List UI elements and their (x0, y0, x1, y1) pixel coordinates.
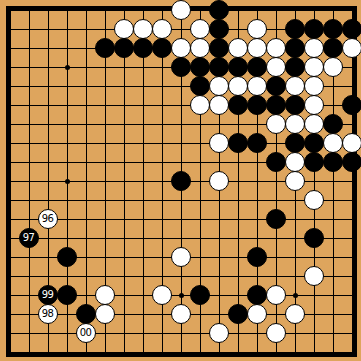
intersection[interactable] (286, 1, 305, 20)
intersection[interactable] (191, 172, 210, 191)
intersection[interactable] (1, 153, 20, 172)
intersection[interactable] (305, 153, 324, 172)
intersection[interactable] (248, 172, 267, 191)
intersection[interactable] (305, 1, 324, 20)
intersection[interactable] (248, 324, 267, 343)
intersection[interactable] (324, 134, 343, 153)
intersection[interactable] (58, 191, 77, 210)
intersection[interactable] (58, 39, 77, 58)
intersection[interactable] (134, 172, 153, 191)
intersection[interactable] (39, 96, 58, 115)
intersection[interactable] (172, 172, 191, 191)
intersection[interactable] (172, 286, 191, 305)
intersection[interactable] (96, 58, 115, 77)
intersection[interactable] (58, 77, 77, 96)
intersection[interactable] (39, 248, 58, 267)
intersection[interactable] (96, 77, 115, 96)
intersection[interactable] (172, 229, 191, 248)
intersection[interactable] (286, 248, 305, 267)
intersection[interactable] (286, 267, 305, 286)
intersection[interactable] (20, 20, 39, 39)
intersection[interactable] (134, 58, 153, 77)
intersection[interactable] (153, 134, 172, 153)
intersection[interactable] (267, 267, 286, 286)
intersection[interactable]: 98 (39, 305, 58, 324)
intersection[interactable] (1, 343, 20, 361)
intersection[interactable]: 97 (20, 229, 39, 248)
intersection[interactable] (77, 20, 96, 39)
intersection[interactable] (343, 343, 361, 361)
intersection[interactable] (96, 267, 115, 286)
intersection[interactable] (343, 20, 361, 39)
intersection[interactable] (305, 172, 324, 191)
intersection[interactable] (248, 39, 267, 58)
intersection[interactable] (58, 286, 77, 305)
intersection[interactable] (324, 210, 343, 229)
intersection[interactable] (172, 20, 191, 39)
intersection[interactable] (267, 343, 286, 361)
intersection[interactable] (134, 1, 153, 20)
intersection[interactable] (134, 286, 153, 305)
intersection[interactable] (115, 210, 134, 229)
intersection[interactable] (191, 286, 210, 305)
intersection[interactable] (153, 191, 172, 210)
intersection[interactable] (134, 191, 153, 210)
go-board[interactable]: 9697999800 (0, 0, 361, 361)
intersection[interactable] (115, 172, 134, 191)
intersection[interactable] (134, 115, 153, 134)
intersection[interactable] (305, 305, 324, 324)
intersection[interactable] (343, 229, 361, 248)
intersection[interactable] (39, 20, 58, 39)
intersection[interactable] (1, 172, 20, 191)
intersection[interactable] (248, 267, 267, 286)
intersection[interactable] (20, 1, 39, 20)
intersection[interactable] (153, 324, 172, 343)
intersection[interactable]: 00 (77, 324, 96, 343)
intersection[interactable] (115, 58, 134, 77)
intersection[interactable] (96, 286, 115, 305)
intersection[interactable] (58, 153, 77, 172)
intersection[interactable] (191, 39, 210, 58)
intersection[interactable] (267, 210, 286, 229)
intersection[interactable] (229, 20, 248, 39)
intersection[interactable] (305, 343, 324, 361)
intersection[interactable] (267, 172, 286, 191)
intersection[interactable] (1, 134, 20, 153)
intersection[interactable] (210, 58, 229, 77)
intersection[interactable] (77, 229, 96, 248)
intersection[interactable] (77, 153, 96, 172)
intersection[interactable] (229, 134, 248, 153)
intersection[interactable] (172, 324, 191, 343)
intersection[interactable] (77, 267, 96, 286)
intersection[interactable] (96, 1, 115, 20)
intersection[interactable] (210, 39, 229, 58)
intersection[interactable] (153, 115, 172, 134)
intersection[interactable] (77, 210, 96, 229)
intersection[interactable] (248, 286, 267, 305)
intersection[interactable] (1, 229, 20, 248)
intersection[interactable] (58, 115, 77, 134)
intersection[interactable] (153, 20, 172, 39)
intersection[interactable] (20, 172, 39, 191)
intersection[interactable] (248, 153, 267, 172)
intersection[interactable] (191, 115, 210, 134)
intersection[interactable] (1, 77, 20, 96)
intersection[interactable] (267, 58, 286, 77)
intersection[interactable] (324, 58, 343, 77)
intersection[interactable] (172, 134, 191, 153)
intersection[interactable] (267, 286, 286, 305)
intersection[interactable] (343, 115, 361, 134)
intersection[interactable] (77, 58, 96, 77)
intersection[interactable] (191, 229, 210, 248)
intersection[interactable] (115, 248, 134, 267)
intersection[interactable] (210, 191, 229, 210)
intersection[interactable] (343, 77, 361, 96)
intersection[interactable] (229, 58, 248, 77)
intersection[interactable] (343, 96, 361, 115)
intersection[interactable] (210, 96, 229, 115)
intersection[interactable] (229, 39, 248, 58)
intersection[interactable] (324, 39, 343, 58)
intersection[interactable] (324, 1, 343, 20)
intersection[interactable] (248, 210, 267, 229)
intersection[interactable] (191, 324, 210, 343)
intersection[interactable] (96, 343, 115, 361)
intersection[interactable] (58, 172, 77, 191)
intersection[interactable] (267, 1, 286, 20)
intersection[interactable] (229, 210, 248, 229)
intersection[interactable] (1, 267, 20, 286)
intersection[interactable] (77, 248, 96, 267)
intersection[interactable] (58, 229, 77, 248)
intersection[interactable] (191, 58, 210, 77)
intersection[interactable] (324, 172, 343, 191)
intersection[interactable] (153, 267, 172, 286)
intersection[interactable] (39, 1, 58, 20)
intersection[interactable] (324, 286, 343, 305)
intersection[interactable] (172, 153, 191, 172)
intersection[interactable] (343, 210, 361, 229)
intersection[interactable] (343, 267, 361, 286)
intersection[interactable] (20, 248, 39, 267)
intersection[interactable] (77, 343, 96, 361)
intersection[interactable] (39, 343, 58, 361)
intersection[interactable] (191, 77, 210, 96)
intersection[interactable] (58, 343, 77, 361)
intersection[interactable] (134, 229, 153, 248)
intersection[interactable] (248, 20, 267, 39)
intersection[interactable] (324, 115, 343, 134)
intersection[interactable] (20, 134, 39, 153)
intersection[interactable] (39, 191, 58, 210)
intersection[interactable] (305, 286, 324, 305)
intersection[interactable] (191, 305, 210, 324)
intersection[interactable] (324, 305, 343, 324)
intersection[interactable] (134, 267, 153, 286)
intersection[interactable] (210, 210, 229, 229)
intersection[interactable] (267, 153, 286, 172)
intersection[interactable] (229, 1, 248, 20)
intersection[interactable] (96, 172, 115, 191)
intersection[interactable] (248, 343, 267, 361)
intersection[interactable] (210, 134, 229, 153)
intersection[interactable] (77, 305, 96, 324)
intersection[interactable] (20, 115, 39, 134)
intersection[interactable] (210, 305, 229, 324)
intersection[interactable] (39, 58, 58, 77)
intersection[interactable] (191, 1, 210, 20)
intersection[interactable] (134, 39, 153, 58)
intersection[interactable] (172, 305, 191, 324)
intersection[interactable] (20, 210, 39, 229)
intersection[interactable] (1, 115, 20, 134)
intersection[interactable] (153, 1, 172, 20)
intersection[interactable] (115, 20, 134, 39)
intersection[interactable] (58, 134, 77, 153)
intersection[interactable] (191, 96, 210, 115)
intersection[interactable] (20, 305, 39, 324)
intersection[interactable] (210, 324, 229, 343)
intersection[interactable] (324, 20, 343, 39)
intersection[interactable] (115, 1, 134, 20)
intersection[interactable] (286, 324, 305, 343)
intersection[interactable] (172, 96, 191, 115)
intersection[interactable] (115, 343, 134, 361)
intersection[interactable] (58, 96, 77, 115)
intersection[interactable] (229, 267, 248, 286)
intersection[interactable] (248, 1, 267, 20)
intersection[interactable] (305, 58, 324, 77)
intersection[interactable] (96, 39, 115, 58)
intersection[interactable] (134, 20, 153, 39)
intersection[interactable] (153, 39, 172, 58)
intersection[interactable] (115, 324, 134, 343)
intersection[interactable] (77, 96, 96, 115)
intersection[interactable] (210, 20, 229, 39)
intersection[interactable] (96, 305, 115, 324)
intersection[interactable] (20, 267, 39, 286)
intersection[interactable] (39, 229, 58, 248)
intersection[interactable] (324, 153, 343, 172)
intersection[interactable] (286, 305, 305, 324)
intersection[interactable] (39, 77, 58, 96)
intersection[interactable] (153, 58, 172, 77)
intersection[interactable] (343, 58, 361, 77)
intersection[interactable] (115, 267, 134, 286)
intersection[interactable] (343, 248, 361, 267)
intersection[interactable] (343, 305, 361, 324)
intersection[interactable] (248, 305, 267, 324)
intersection[interactable] (286, 229, 305, 248)
intersection[interactable] (77, 172, 96, 191)
intersection[interactable] (229, 191, 248, 210)
intersection[interactable] (77, 77, 96, 96)
intersection[interactable] (172, 115, 191, 134)
intersection[interactable] (286, 343, 305, 361)
intersection[interactable] (248, 191, 267, 210)
intersection[interactable] (153, 286, 172, 305)
intersection[interactable] (58, 305, 77, 324)
intersection[interactable] (172, 210, 191, 229)
intersection[interactable] (305, 77, 324, 96)
intersection[interactable] (172, 58, 191, 77)
intersection[interactable] (1, 58, 20, 77)
intersection[interactable] (96, 324, 115, 343)
intersection[interactable] (77, 134, 96, 153)
intersection[interactable] (58, 210, 77, 229)
intersection[interactable] (1, 210, 20, 229)
intersection[interactable] (229, 229, 248, 248)
intersection[interactable] (153, 210, 172, 229)
intersection[interactable] (39, 153, 58, 172)
intersection[interactable] (115, 39, 134, 58)
intersection[interactable] (229, 172, 248, 191)
intersection[interactable] (267, 115, 286, 134)
intersection[interactable] (58, 1, 77, 20)
intersection[interactable] (96, 20, 115, 39)
intersection[interactable] (153, 153, 172, 172)
intersection[interactable] (153, 96, 172, 115)
intersection[interactable] (58, 324, 77, 343)
intersection[interactable] (286, 20, 305, 39)
intersection[interactable] (96, 191, 115, 210)
intersection[interactable] (134, 134, 153, 153)
intersection[interactable] (39, 134, 58, 153)
intersection[interactable] (267, 134, 286, 153)
intersection[interactable] (267, 191, 286, 210)
intersection[interactable] (343, 286, 361, 305)
intersection[interactable] (96, 229, 115, 248)
intersection[interactable] (210, 248, 229, 267)
intersection[interactable] (324, 267, 343, 286)
intersection[interactable] (1, 39, 20, 58)
intersection[interactable] (153, 229, 172, 248)
intersection[interactable] (96, 134, 115, 153)
intersection[interactable] (286, 77, 305, 96)
intersection[interactable] (305, 229, 324, 248)
intersection[interactable] (248, 77, 267, 96)
intersection[interactable] (77, 115, 96, 134)
intersection[interactable] (39, 115, 58, 134)
intersection[interactable] (210, 153, 229, 172)
intersection[interactable] (172, 191, 191, 210)
intersection[interactable] (20, 191, 39, 210)
intersection[interactable] (96, 210, 115, 229)
intersection[interactable] (305, 39, 324, 58)
intersection[interactable] (134, 96, 153, 115)
intersection[interactable] (191, 134, 210, 153)
intersection[interactable] (134, 210, 153, 229)
intersection[interactable] (172, 1, 191, 20)
intersection[interactable] (210, 1, 229, 20)
intersection[interactable] (305, 210, 324, 229)
intersection[interactable] (305, 267, 324, 286)
intersection[interactable] (39, 172, 58, 191)
intersection[interactable] (229, 305, 248, 324)
intersection[interactable] (39, 39, 58, 58)
intersection[interactable] (229, 153, 248, 172)
intersection[interactable] (115, 96, 134, 115)
intersection[interactable] (1, 305, 20, 324)
intersection[interactable] (305, 115, 324, 134)
intersection[interactable] (153, 305, 172, 324)
intersection[interactable] (267, 248, 286, 267)
intersection[interactable] (39, 267, 58, 286)
intersection[interactable] (343, 134, 361, 153)
intersection[interactable] (286, 191, 305, 210)
intersection[interactable] (1, 1, 20, 20)
intersection[interactable] (134, 305, 153, 324)
intersection[interactable] (267, 20, 286, 39)
intersection[interactable] (248, 58, 267, 77)
intersection[interactable] (305, 248, 324, 267)
intersection[interactable] (305, 324, 324, 343)
intersection[interactable] (286, 153, 305, 172)
intersection[interactable] (305, 96, 324, 115)
intersection[interactable] (267, 305, 286, 324)
intersection[interactable] (20, 343, 39, 361)
intersection[interactable] (77, 191, 96, 210)
intersection[interactable] (1, 248, 20, 267)
intersection[interactable] (191, 210, 210, 229)
intersection[interactable] (172, 39, 191, 58)
intersection[interactable] (343, 1, 361, 20)
intersection[interactable] (210, 286, 229, 305)
intersection[interactable] (115, 134, 134, 153)
intersection[interactable] (172, 267, 191, 286)
intersection[interactable] (210, 77, 229, 96)
intersection[interactable] (20, 153, 39, 172)
intersection[interactable] (191, 248, 210, 267)
intersection[interactable] (134, 153, 153, 172)
intersection[interactable] (1, 96, 20, 115)
intersection[interactable] (210, 343, 229, 361)
intersection[interactable] (248, 229, 267, 248)
intersection[interactable] (267, 77, 286, 96)
intersection[interactable] (77, 1, 96, 20)
intersection[interactable] (286, 286, 305, 305)
intersection[interactable] (343, 172, 361, 191)
intersection[interactable] (286, 210, 305, 229)
intersection[interactable] (286, 96, 305, 115)
intersection[interactable] (286, 172, 305, 191)
intersection[interactable] (20, 58, 39, 77)
intersection[interactable] (20, 96, 39, 115)
intersection[interactable] (343, 191, 361, 210)
intersection[interactable] (20, 324, 39, 343)
intersection[interactable] (153, 248, 172, 267)
intersection[interactable] (248, 248, 267, 267)
intersection[interactable] (267, 229, 286, 248)
intersection[interactable] (324, 229, 343, 248)
intersection[interactable] (343, 39, 361, 58)
intersection[interactable] (153, 77, 172, 96)
intersection[interactable] (343, 153, 361, 172)
intersection[interactable] (229, 77, 248, 96)
intersection[interactable] (191, 267, 210, 286)
intersection[interactable] (58, 248, 77, 267)
intersection[interactable] (324, 343, 343, 361)
intersection[interactable] (96, 153, 115, 172)
intersection[interactable] (324, 191, 343, 210)
intersection[interactable] (115, 229, 134, 248)
intersection[interactable] (229, 324, 248, 343)
intersection[interactable] (229, 115, 248, 134)
intersection[interactable] (267, 39, 286, 58)
